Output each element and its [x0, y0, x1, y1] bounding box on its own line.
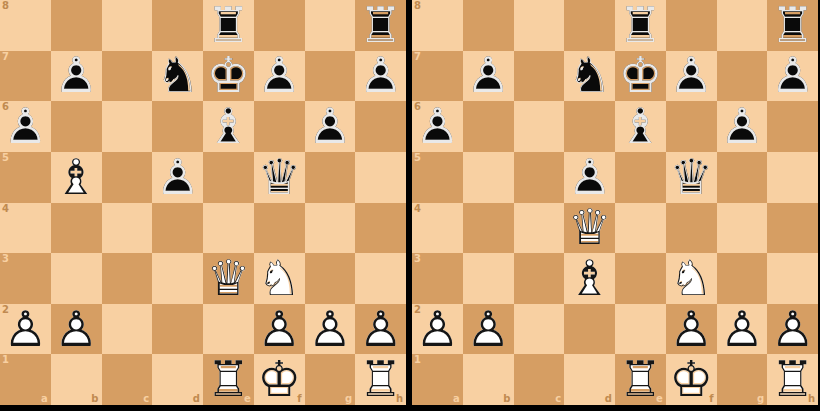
square-f7[interactable]: ♟♙ — [254, 51, 305, 102]
piece-outline: ♔ — [669, 355, 713, 404]
square-h3[interactable] — [355, 253, 406, 304]
piece-outline: ♔ — [257, 355, 301, 404]
white-knight-icon[interactable]: ♞♘ — [254, 253, 305, 304]
board-right: 8♜♖♜♖7♟♙♞♘♚♔♟♙♟♙6♟♙♝♗♟♙5♟♙♛♕4♛♕3♝♗♞♘2♟♙♟… — [412, 0, 818, 405]
rank-label-3: 3 — [414, 254, 421, 264]
square-b3[interactable] — [463, 253, 514, 304]
white-rook-icon[interactable]: ♜♖ — [355, 354, 406, 405]
square-c4[interactable] — [102, 203, 153, 254]
file-label-d: d — [605, 394, 612, 404]
square-e7[interactable]: ♚♔ — [203, 51, 254, 102]
square-d6[interactable] — [152, 101, 203, 152]
square-c8[interactable] — [514, 0, 565, 51]
square-b2[interactable]: ♟♙ — [463, 304, 514, 355]
rank-label-8: 8 — [414, 1, 421, 11]
square-c2[interactable] — [514, 304, 565, 355]
piece-outline: ♙ — [568, 153, 612, 202]
white-king-icon[interactable]: ♚♔ — [666, 354, 717, 405]
dual-board-view: 8♜♖♜♖7♟♙♞♘♚♔♟♙♟♙6♟♙♝♗♟♙5♝♗♟♙♛♕43♛♕♞♘2♟♙♟… — [0, 0, 820, 411]
rank-label-7: 7 — [2, 52, 9, 62]
file-label-d: d — [193, 394, 200, 404]
piece-outline: ♘ — [156, 51, 200, 100]
square-a1[interactable]: 1a — [0, 354, 51, 405]
white-queen-icon[interactable]: ♛♕ — [564, 203, 615, 254]
piece-outline: ♙ — [3, 305, 47, 354]
piece-outline: ♖ — [359, 355, 403, 404]
square-c4[interactable] — [514, 203, 565, 254]
square-c7[interactable] — [514, 51, 565, 102]
white-pawn-icon[interactable]: ♟♙ — [0, 304, 51, 355]
black-pawn-icon[interactable]: ♟♙ — [767, 51, 818, 102]
black-knight-icon[interactable]: ♞♘ — [564, 51, 615, 102]
black-bishop-icon[interactable]: ♝♗ — [615, 101, 666, 152]
black-pawn-icon[interactable]: ♟♙ — [412, 101, 463, 152]
square-g3[interactable] — [717, 253, 768, 304]
white-pawn-icon[interactable]: ♟♙ — [412, 304, 463, 355]
square-a5[interactable]: 5 — [412, 152, 463, 203]
black-pawn-icon[interactable]: ♟♙ — [51, 51, 102, 102]
square-e7[interactable]: ♚♔ — [615, 51, 666, 102]
rank-label-1: 1 — [414, 355, 421, 365]
square-h4[interactable] — [355, 203, 406, 254]
piece-outline: ♙ — [257, 51, 301, 100]
square-e4[interactable] — [203, 203, 254, 254]
square-d1[interactable]: d — [564, 354, 615, 405]
square-g2[interactable]: ♟♙ — [717, 304, 768, 355]
square-a6[interactable]: 6♟♙ — [412, 101, 463, 152]
white-pawn-icon[interactable]: ♟♙ — [254, 304, 305, 355]
square-d4[interactable] — [152, 203, 203, 254]
square-a7[interactable]: 7 — [412, 51, 463, 102]
piece-outline: ♗ — [568, 254, 612, 303]
square-g6[interactable]: ♟♙ — [717, 101, 768, 152]
square-c1[interactable]: c — [514, 354, 565, 405]
square-c3[interactable] — [514, 253, 565, 304]
black-pawn-icon[interactable]: ♟♙ — [666, 51, 717, 102]
piece-outline: ♙ — [359, 51, 403, 100]
black-pawn-icon[interactable]: ♟♙ — [152, 152, 203, 203]
white-pawn-icon[interactable]: ♟♙ — [355, 304, 406, 355]
piece-outline: ♙ — [466, 305, 510, 354]
square-h1[interactable]: h♜♖ — [355, 354, 406, 405]
white-pawn-icon[interactable]: ♟♙ — [717, 304, 768, 355]
piece-outline: ♙ — [771, 51, 815, 100]
square-e8[interactable]: ♜♖ — [203, 0, 254, 51]
square-b8[interactable] — [51, 0, 102, 51]
square-f3[interactable]: ♞♘ — [666, 253, 717, 304]
square-e1[interactable]: e♜♖ — [203, 354, 254, 405]
piece-outline: ♙ — [156, 153, 200, 202]
rank-label-8: 8 — [2, 1, 9, 11]
white-rook-icon[interactable]: ♜♖ — [203, 354, 254, 405]
black-pawn-icon[interactable]: ♟♙ — [717, 101, 768, 152]
square-g1[interactable]: g — [717, 354, 768, 405]
rank-label-5: 5 — [2, 153, 9, 163]
square-g5[interactable] — [717, 152, 768, 203]
square-f6[interactable] — [666, 101, 717, 152]
square-e5[interactable] — [615, 152, 666, 203]
piece-outline: ♙ — [771, 305, 815, 354]
square-g7[interactable] — [305, 51, 356, 102]
square-g7[interactable] — [717, 51, 768, 102]
piece-outline: ♖ — [359, 1, 403, 50]
piece-outline: ♙ — [669, 305, 713, 354]
square-g6[interactable]: ♟♙ — [305, 101, 356, 152]
square-b5[interactable]: ♝♗ — [51, 152, 102, 203]
square-h4[interactable] — [767, 203, 818, 254]
square-b8[interactable] — [463, 0, 514, 51]
square-b3[interactable] — [51, 253, 102, 304]
square-c6[interactable] — [514, 101, 565, 152]
square-d4[interactable]: ♛♕ — [564, 203, 615, 254]
square-h6[interactable] — [767, 101, 818, 152]
piece-outline: ♙ — [308, 102, 352, 151]
black-pawn-icon[interactable]: ♟♙ — [254, 51, 305, 102]
square-g3[interactable] — [305, 253, 356, 304]
square-h6[interactable] — [355, 101, 406, 152]
black-pawn-icon[interactable]: ♟♙ — [463, 51, 514, 102]
square-c1[interactable]: c — [102, 354, 153, 405]
square-a3[interactable]: 3 — [412, 253, 463, 304]
square-g4[interactable] — [717, 203, 768, 254]
white-king-icon[interactable]: ♚♔ — [254, 354, 305, 405]
black-rook-icon[interactable]: ♜♖ — [767, 0, 818, 51]
square-c7[interactable] — [102, 51, 153, 102]
square-d2[interactable] — [564, 304, 615, 355]
square-c6[interactable] — [102, 101, 153, 152]
square-d6[interactable] — [564, 101, 615, 152]
square-e3[interactable]: ♛♕ — [203, 253, 254, 304]
rank-label-1: 1 — [2, 355, 9, 365]
square-d8[interactable] — [564, 0, 615, 51]
square-a8[interactable]: 8 — [0, 0, 51, 51]
file-label-g: g — [757, 394, 764, 404]
piece-outline: ♖ — [618, 355, 662, 404]
black-king-icon[interactable]: ♚♔ — [615, 51, 666, 102]
piece-outline: ♙ — [669, 51, 713, 100]
file-label-b: b — [503, 394, 510, 404]
piece-outline: ♘ — [568, 51, 612, 100]
square-b2[interactable]: ♟♙ — [51, 304, 102, 355]
piece-outline: ♙ — [415, 305, 459, 354]
square-f5[interactable]: ♛♕ — [666, 152, 717, 203]
square-b7[interactable]: ♟♙ — [51, 51, 102, 102]
black-knight-icon[interactable]: ♞♘ — [152, 51, 203, 102]
square-d1[interactable]: d — [152, 354, 203, 405]
file-label-g: g — [345, 394, 352, 404]
piece-outline: ♙ — [466, 51, 510, 100]
square-f4[interactable] — [254, 203, 305, 254]
square-e2[interactable] — [203, 304, 254, 355]
piece-outline: ♙ — [54, 305, 98, 354]
square-h1[interactable]: h♜♖ — [767, 354, 818, 405]
square-g1[interactable]: g — [305, 354, 356, 405]
square-h8[interactable]: ♜♖ — [767, 0, 818, 51]
square-h3[interactable] — [767, 253, 818, 304]
square-d8[interactable] — [152, 0, 203, 51]
square-h5[interactable] — [767, 152, 818, 203]
file-label-a: a — [41, 394, 48, 404]
white-pawn-icon[interactable]: ♟♙ — [463, 304, 514, 355]
square-f1[interactable]: f♚♔ — [254, 354, 305, 405]
piece-outline: ♙ — [720, 305, 764, 354]
square-b6[interactable] — [463, 101, 514, 152]
piece-outline: ♙ — [720, 102, 764, 151]
piece-outline: ♙ — [3, 102, 47, 151]
piece-outline: ♕ — [257, 153, 301, 202]
white-pawn-icon[interactable]: ♟♙ — [767, 304, 818, 355]
black-pawn-icon[interactable]: ♟♙ — [355, 51, 406, 102]
piece-outline: ♖ — [771, 1, 815, 50]
piece-outline: ♘ — [669, 254, 713, 303]
square-a5[interactable]: 5 — [0, 152, 51, 203]
square-f7[interactable]: ♟♙ — [666, 51, 717, 102]
black-rook-icon[interactable]: ♜♖ — [203, 0, 254, 51]
square-h2[interactable]: ♟♙ — [355, 304, 406, 355]
rank-label-4: 4 — [2, 204, 9, 214]
square-d7[interactable]: ♞♘ — [564, 51, 615, 102]
black-queen-icon[interactable]: ♛♕ — [254, 152, 305, 203]
square-d3[interactable] — [152, 253, 203, 304]
white-pawn-icon[interactable]: ♟♙ — [666, 304, 717, 355]
square-f2[interactable]: ♟♙ — [666, 304, 717, 355]
square-e3[interactable] — [615, 253, 666, 304]
piece-outline: ♙ — [257, 305, 301, 354]
square-f8[interactable] — [666, 0, 717, 51]
square-b1[interactable]: b — [463, 354, 514, 405]
white-rook-icon[interactable]: ♜♖ — [767, 354, 818, 405]
square-g8[interactable] — [305, 0, 356, 51]
square-f1[interactable]: f♚♔ — [666, 354, 717, 405]
piece-outline: ♔ — [618, 51, 662, 100]
square-a8[interactable]: 8 — [412, 0, 463, 51]
black-bishop-icon[interactable]: ♝♗ — [203, 101, 254, 152]
square-h7[interactable]: ♟♙ — [767, 51, 818, 102]
square-d5[interactable]: ♟♙ — [152, 152, 203, 203]
black-pawn-icon[interactable]: ♟♙ — [0, 101, 51, 152]
square-e1[interactable]: e♜♖ — [615, 354, 666, 405]
square-g4[interactable] — [305, 203, 356, 254]
square-h5[interactable] — [355, 152, 406, 203]
square-f5[interactable]: ♛♕ — [254, 152, 305, 203]
black-pawn-icon[interactable]: ♟♙ — [305, 101, 356, 152]
square-c5[interactable] — [514, 152, 565, 203]
square-f8[interactable] — [254, 0, 305, 51]
square-d2[interactable] — [152, 304, 203, 355]
square-b5[interactable] — [463, 152, 514, 203]
piece-outline: ♗ — [54, 153, 98, 202]
square-c2[interactable] — [102, 304, 153, 355]
square-e4[interactable] — [615, 203, 666, 254]
white-pawn-icon[interactable]: ♟♙ — [305, 304, 356, 355]
black-pawn-icon[interactable]: ♟♙ — [564, 152, 615, 203]
file-label-c: c — [555, 394, 561, 404]
square-a1[interactable]: 1a — [412, 354, 463, 405]
square-e6[interactable]: ♝♗ — [615, 101, 666, 152]
rank-label-5: 5 — [414, 153, 421, 163]
piece-outline: ♙ — [359, 305, 403, 354]
square-d3[interactable]: ♝♗ — [564, 253, 615, 304]
square-c3[interactable] — [102, 253, 153, 304]
white-bishop-icon[interactable]: ♝♗ — [51, 152, 102, 203]
square-b1[interactable]: b — [51, 354, 102, 405]
black-rook-icon[interactable]: ♜♖ — [615, 0, 666, 51]
file-label-c: c — [143, 394, 149, 404]
square-c5[interactable] — [102, 152, 153, 203]
piece-outline: ♕ — [568, 203, 612, 252]
piece-outline: ♕ — [206, 254, 250, 303]
square-a2[interactable]: 2♟♙ — [0, 304, 51, 355]
piece-outline: ♖ — [206, 1, 250, 50]
white-knight-icon[interactable]: ♞♘ — [666, 253, 717, 304]
piece-outline: ♙ — [415, 102, 459, 151]
square-b7[interactable]: ♟♙ — [463, 51, 514, 102]
square-a2[interactable]: 2♟♙ — [412, 304, 463, 355]
piece-outline: ♙ — [308, 305, 352, 354]
square-f2[interactable]: ♟♙ — [254, 304, 305, 355]
square-a3[interactable]: 3 — [0, 253, 51, 304]
square-h7[interactable]: ♟♙ — [355, 51, 406, 102]
square-f4[interactable] — [666, 203, 717, 254]
white-queen-icon[interactable]: ♛♕ — [203, 253, 254, 304]
file-label-a: a — [453, 394, 460, 404]
square-d7[interactable]: ♞♘ — [152, 51, 203, 102]
square-e6[interactable]: ♝♗ — [203, 101, 254, 152]
square-c8[interactable] — [102, 0, 153, 51]
square-b6[interactable] — [51, 101, 102, 152]
white-pawn-icon[interactable]: ♟♙ — [51, 304, 102, 355]
piece-outline: ♖ — [618, 1, 662, 50]
square-e8[interactable]: ♜♖ — [615, 0, 666, 51]
square-a7[interactable]: 7 — [0, 51, 51, 102]
black-queen-icon[interactable]: ♛♕ — [666, 152, 717, 203]
square-a6[interactable]: 6♟♙ — [0, 101, 51, 152]
square-h2[interactable]: ♟♙ — [767, 304, 818, 355]
square-g8[interactable] — [717, 0, 768, 51]
square-d5[interactable]: ♟♙ — [564, 152, 615, 203]
piece-outline: ♙ — [54, 51, 98, 100]
piece-outline: ♖ — [206, 355, 250, 404]
black-king-icon[interactable]: ♚♔ — [203, 51, 254, 102]
piece-outline: ♔ — [206, 51, 250, 100]
black-rook-icon[interactable]: ♜♖ — [355, 0, 406, 51]
rank-label-3: 3 — [2, 254, 9, 264]
rank-label-4: 4 — [414, 204, 421, 214]
square-a4[interactable]: 4 — [412, 203, 463, 254]
white-bishop-icon[interactable]: ♝♗ — [564, 253, 615, 304]
white-rook-icon[interactable]: ♜♖ — [615, 354, 666, 405]
piece-outline: ♗ — [618, 102, 662, 151]
square-f3[interactable]: ♞♘ — [254, 253, 305, 304]
piece-outline: ♕ — [669, 153, 713, 202]
square-a4[interactable]: 4 — [0, 203, 51, 254]
square-g2[interactable]: ♟♙ — [305, 304, 356, 355]
square-b4[interactable] — [463, 203, 514, 254]
square-e5[interactable] — [203, 152, 254, 203]
square-b4[interactable] — [51, 203, 102, 254]
piece-outline: ♗ — [206, 102, 250, 151]
piece-outline: ♖ — [771, 355, 815, 404]
board-left: 8♜♖♜♖7♟♙♞♘♚♔♟♙♟♙6♟♙♝♗♟♙5♝♗♟♙♛♕43♛♕♞♘2♟♙♟… — [0, 0, 406, 405]
square-h8[interactable]: ♜♖ — [355, 0, 406, 51]
square-f6[interactable] — [254, 101, 305, 152]
square-g5[interactable] — [305, 152, 356, 203]
rank-label-7: 7 — [414, 52, 421, 62]
piece-outline: ♘ — [257, 254, 301, 303]
square-e2[interactable] — [615, 304, 666, 355]
file-label-b: b — [91, 394, 98, 404]
